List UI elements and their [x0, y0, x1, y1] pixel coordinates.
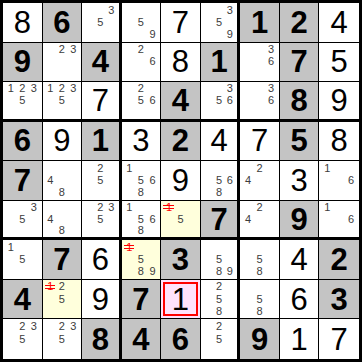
cell-r4c8[interactable]: 5	[280, 122, 320, 162]
candidate-2: 2	[135, 83, 147, 95]
cell-r2c2[interactable]: 23	[43, 43, 83, 83]
candidates-grid: 35	[3, 201, 42, 238]
candidate-2: 2	[56, 281, 68, 293]
cell-r4c1[interactable]: 6	[3, 122, 43, 162]
candidate-9: 9	[224, 266, 235, 278]
candidates-grid: 48	[43, 201, 82, 238]
solved-digit: 4	[331, 7, 348, 38]
cell-r5c1[interactable]: 7	[3, 161, 43, 201]
cell-r9c8[interactable]: 1	[280, 319, 320, 359]
candidate-2: 2	[56, 44, 68, 56]
candidates-grid: 25	[201, 319, 238, 359]
candidate-4: 4	[242, 213, 254, 225]
cell-r3c5[interactable]: 4	[161, 82, 201, 122]
candidates-grid: 23	[43, 43, 82, 82]
candidate-3: 3	[68, 83, 80, 95]
candidates-grid: 356	[201, 82, 238, 119]
eliminated-candidate-1: 1	[163, 202, 175, 214]
cell-r5c7[interactable]: 24	[240, 161, 280, 201]
candidate-8: 8	[214, 305, 225, 317]
candidate-6: 6	[345, 174, 357, 186]
candidate-8: 8	[214, 187, 225, 199]
solved-digit: 7	[251, 125, 268, 156]
cell-r6c8[interactable]: 9	[280, 201, 320, 241]
cell-r7c5[interactable]: 3	[161, 240, 201, 280]
candidate-3: 3	[224, 83, 235, 95]
given-digit: 1	[251, 7, 268, 38]
cell-r7c2[interactable]: 7	[43, 240, 83, 280]
candidate-6: 6	[265, 56, 277, 68]
candidates-grid: 58	[240, 240, 279, 279]
given-digit: 4	[132, 324, 149, 355]
candidate-8: 8	[135, 225, 147, 237]
cell-r7c8[interactable]: 4	[280, 240, 320, 280]
candidate-3: 3	[28, 83, 40, 95]
cell-r3c2[interactable]: 1235	[43, 82, 83, 122]
candidate-5: 5	[214, 333, 225, 346]
candidate-5: 5	[214, 95, 225, 107]
candidates-grid: 36	[240, 82, 279, 119]
given-digit: 7	[132, 284, 149, 315]
sudoku-board: 8635597359124923426813675123512357256435…	[0, 0, 362, 362]
cell-r1c2[interactable]: 6	[43, 3, 83, 43]
cell-r5c3[interactable]: 25	[82, 161, 122, 201]
given-digit: 9	[291, 204, 308, 235]
candidate-5: 5	[135, 254, 147, 266]
given-digit: 8	[291, 85, 308, 116]
cell-r8c1[interactable]: 4	[3, 280, 43, 320]
solved-digit: 7	[331, 324, 348, 355]
candidate-5: 5	[254, 254, 266, 266]
cell-r3c3[interactable]: 7	[82, 82, 122, 122]
cell-r7c1[interactable]: 15	[3, 240, 43, 280]
candidate-8: 8	[254, 305, 266, 317]
candidates-grid: 58	[240, 280, 279, 319]
given-digit: 6	[53, 7, 70, 38]
given-digit: 7	[53, 244, 70, 275]
candidates-grid: 15	[3, 240, 42, 279]
given-digit: 7	[291, 46, 308, 77]
candidates-grid: 125	[43, 280, 82, 319]
cell-r6c4[interactable]: 1568	[122, 201, 162, 241]
cell-r6c5[interactable]: 15	[161, 201, 201, 241]
cell-r1c6[interactable]: 359	[201, 3, 241, 43]
candidate-6: 6	[265, 95, 277, 107]
cell-r6c6[interactable]: 7	[201, 201, 241, 241]
solved-digit: 6	[92, 244, 109, 275]
candidate-8: 8	[135, 266, 147, 278]
candidate-8: 8	[135, 187, 147, 199]
candidates-grid: 1235	[3, 82, 42, 119]
candidate-5: 5	[95, 174, 106, 186]
candidate-5: 5	[135, 174, 147, 186]
cell-r2c6[interactable]: 1	[201, 43, 241, 83]
candidate-3: 3	[68, 44, 80, 56]
candidates-grid: 24	[240, 161, 279, 200]
cell-r1c8[interactable]: 2	[280, 3, 320, 43]
candidate-6: 6	[345, 213, 357, 225]
cell-r4c2[interactable]: 9	[43, 122, 83, 162]
solved-digit: 7	[172, 7, 189, 38]
candidate-5: 5	[56, 95, 68, 107]
candidate-3: 3	[265, 44, 277, 56]
cell-r3c8[interactable]: 8	[280, 82, 320, 122]
cell-r8c2[interactable]: 125	[43, 280, 83, 320]
candidate-1: 1	[321, 202, 333, 214]
cell-r8c3[interactable]: 9	[82, 280, 122, 320]
cell-r9c2[interactable]: 235	[43, 319, 83, 359]
candidate-2: 2	[95, 162, 106, 174]
candidate-4: 4	[45, 213, 57, 225]
candidate-2: 2	[17, 83, 29, 95]
eliminated-candidate-1: 1	[45, 281, 57, 293]
cell-r9c5[interactable]: 6	[161, 319, 201, 359]
cell-r5c8[interactable]: 3	[280, 161, 320, 201]
candidate-2: 2	[254, 162, 266, 174]
cell-r2c9[interactable]: 5	[319, 43, 359, 83]
cell-r1c9[interactable]: 4	[319, 3, 359, 43]
cell-r8c4[interactable]: 7	[122, 280, 162, 320]
cell-r4c5[interactable]: 2	[161, 122, 201, 162]
solved-digit: 9	[53, 125, 70, 156]
candidate-5: 5	[17, 213, 29, 225]
candidate-3: 3	[106, 4, 117, 16]
candidate-2: 2	[56, 320, 68, 333]
cell-r2c3[interactable]: 4	[82, 43, 122, 83]
candidate-5: 5	[214, 293, 225, 305]
cell-r7c3[interactable]: 6	[82, 240, 122, 280]
candidate-6: 6	[147, 56, 159, 68]
solved-digit: 1	[172, 284, 189, 315]
candidate-4: 4	[45, 174, 57, 186]
candidate-2: 2	[95, 202, 106, 214]
cell-r7c7[interactable]: 58	[240, 240, 280, 280]
candidates-grid: 235	[43, 319, 82, 359]
cell-r5c6[interactable]: 568	[201, 161, 241, 201]
cell-r3c4[interactable]: 256	[122, 82, 162, 122]
candidates-grid: 1589	[122, 240, 161, 279]
given-digit: 5	[291, 125, 308, 156]
candidate-1: 1	[321, 162, 333, 174]
candidate-1: 1	[5, 241, 17, 253]
cell-r5c5[interactable]: 9	[161, 161, 201, 201]
candidates-grid: 16	[319, 161, 359, 200]
solved-digit: 3	[291, 165, 308, 196]
solved-digit: 9	[92, 284, 109, 315]
solved-digit: 9	[172, 165, 189, 196]
cell-r9c4[interactable]: 4	[122, 319, 162, 359]
given-digit: 2	[291, 7, 308, 38]
candidates-grid: 359	[201, 3, 238, 42]
given-digit: 2	[172, 125, 189, 156]
cell-r8c8[interactable]: 6	[280, 280, 320, 320]
candidate-3: 3	[68, 320, 80, 333]
given-digit: 9	[251, 324, 268, 355]
given-digit: 4	[92, 46, 109, 77]
candidate-2: 2	[214, 281, 225, 293]
candidate-5: 5	[135, 16, 147, 28]
given-digit: 8	[92, 324, 109, 355]
given-digit: 6	[172, 324, 189, 355]
given-digit: 3	[172, 244, 189, 275]
cell-r5c2[interactable]: 48	[43, 161, 83, 201]
given-digit: 9	[14, 46, 31, 77]
candidate-5: 5	[135, 95, 147, 107]
cell-r5c4[interactable]: 1568	[122, 161, 162, 201]
candidate-1: 1	[124, 162, 136, 174]
cell-r6c1[interactable]: 35	[3, 201, 43, 241]
cell-r2c4[interactable]: 26	[122, 43, 162, 83]
solved-digit: 8	[14, 7, 31, 38]
candidate-8: 8	[56, 187, 68, 199]
cell-r1c7[interactable]: 1	[240, 3, 280, 43]
solved-digit: 4	[210, 125, 227, 156]
cell-r1c5[interactable]: 7	[161, 3, 201, 43]
given-digit: 6	[14, 125, 31, 156]
candidates-grid: 26	[122, 43, 161, 82]
candidate-2: 2	[135, 44, 147, 56]
candidate-9: 9	[224, 28, 235, 40]
candidate-5: 5	[175, 213, 187, 225]
candidate-2: 2	[17, 320, 29, 333]
cell-r9c6[interactable]: 25	[201, 319, 241, 359]
candidate-3: 3	[28, 202, 40, 214]
cell-r8c7[interactable]: 58	[240, 280, 280, 320]
cell-r7c9[interactable]: 2	[319, 240, 359, 280]
candidate-6: 6	[224, 174, 235, 186]
candidates-grid: 48	[43, 161, 82, 200]
cell-r6c7[interactable]: 24	[240, 201, 280, 241]
given-digit: 7	[14, 165, 31, 196]
candidate-1: 1	[45, 83, 57, 95]
given-digit: 4	[172, 85, 189, 116]
candidate-5: 5	[214, 174, 225, 186]
solved-digit: 6	[291, 284, 308, 315]
candidate-6: 6	[224, 95, 235, 107]
cell-r7c6[interactable]: 589	[201, 240, 241, 280]
candidates-grid: 59	[122, 3, 161, 42]
candidates-grid: 256	[122, 82, 161, 119]
candidates-grid: 1235	[43, 82, 82, 119]
candidate-6: 6	[147, 95, 159, 107]
cell-r9c3[interactable]: 8	[82, 319, 122, 359]
candidate-2: 2	[56, 83, 68, 95]
candidate-3: 3	[28, 320, 40, 333]
cell-r6c9[interactable]: 16	[319, 201, 359, 241]
cell-r7c4[interactable]: 1589	[122, 240, 162, 280]
candidate-8: 8	[56, 225, 68, 237]
cell-r2c5[interactable]: 8	[161, 43, 201, 83]
cell-r2c7[interactable]: 36	[240, 43, 280, 83]
solved-digit: 9	[331, 85, 348, 116]
cell-r4c3[interactable]: 1	[82, 122, 122, 162]
candidates-grid: 1568	[122, 161, 161, 200]
candidate-3: 3	[265, 83, 277, 95]
candidate-5: 5	[17, 95, 29, 107]
cell-r2c1[interactable]: 9	[3, 43, 43, 83]
candidate-5: 5	[56, 333, 68, 346]
candidate-3: 3	[106, 202, 117, 214]
cell-r8c6[interactable]: 258	[201, 280, 241, 320]
candidate-5: 5	[214, 16, 225, 28]
cell-r1c1[interactable]: 8	[3, 3, 43, 43]
solved-digit: 3	[132, 125, 149, 156]
given-digit: 3	[331, 284, 348, 315]
candidate-5: 5	[95, 16, 106, 28]
candidate-8: 8	[214, 266, 225, 278]
candidate-5: 5	[17, 333, 29, 346]
candidates-grid: 1568	[122, 201, 161, 238]
cell-r3c1[interactable]: 1235	[3, 82, 43, 122]
cell-r1c3[interactable]: 35	[82, 3, 122, 43]
candidates-grid: 15	[161, 201, 200, 238]
solved-digit: 5	[331, 46, 348, 77]
cell-r9c7[interactable]: 9	[240, 319, 280, 359]
candidate-2: 2	[214, 320, 225, 333]
candidate-5: 5	[17, 254, 29, 266]
given-digit: 1	[210, 46, 227, 77]
cell-r8c5[interactable]: 1	[161, 280, 201, 320]
cell-r4c7[interactable]: 7	[240, 122, 280, 162]
given-digit: 4	[14, 284, 31, 315]
cell-r9c9[interactable]: 7	[319, 319, 359, 359]
candidate-2: 2	[254, 202, 266, 214]
cell-r8c9[interactable]: 3	[319, 280, 359, 320]
candidates-grid: 589	[201, 240, 238, 279]
eliminated-candidate-1: 1	[124, 241, 136, 253]
cell-r2c8[interactable]: 7	[280, 43, 320, 83]
cell-r1c4[interactable]: 59	[122, 3, 162, 43]
solved-digit: 4	[291, 244, 308, 275]
candidates-grid: 36	[240, 43, 279, 82]
candidate-6: 6	[147, 213, 159, 225]
candidate-3: 3	[224, 4, 235, 16]
candidates-grid: 16	[319, 201, 359, 238]
candidate-5: 5	[95, 213, 106, 225]
candidate-9: 9	[147, 266, 159, 278]
candidates-grid: 235	[82, 201, 119, 238]
candidate-1: 1	[5, 83, 17, 95]
candidate-5: 5	[56, 293, 68, 305]
cell-r6c3[interactable]: 235	[82, 201, 122, 241]
given-digit: 2	[331, 244, 348, 275]
given-digit: 7	[210, 204, 227, 235]
candidates-grid: 25	[82, 161, 119, 200]
candidate-5: 5	[214, 254, 225, 266]
cell-r5c9[interactable]: 16	[319, 161, 359, 201]
candidate-5: 5	[254, 293, 266, 305]
candidates-grid: 24	[240, 201, 279, 238]
candidates-grid: 568	[201, 161, 238, 200]
solved-digit: 7	[92, 85, 109, 116]
cell-r4c6[interactable]: 4	[201, 122, 241, 162]
cell-r4c4[interactable]: 3	[122, 122, 162, 162]
cell-r3c7[interactable]: 36	[240, 82, 280, 122]
cell-r3c9[interactable]: 9	[319, 82, 359, 122]
solved-digit: 1	[291, 324, 308, 355]
given-digit: 1	[92, 125, 109, 156]
candidate-6: 6	[147, 174, 159, 186]
candidates-grid: 258	[201, 280, 238, 319]
solved-digit: 8	[331, 125, 348, 156]
candidate-1: 1	[124, 202, 136, 214]
candidate-8: 8	[254, 266, 266, 278]
candidate-4: 4	[242, 174, 254, 186]
cell-r4c9[interactable]: 8	[319, 122, 359, 162]
candidates-grid: 35	[82, 3, 119, 42]
cell-r9c1[interactable]: 235	[3, 319, 43, 359]
cell-r3c6[interactable]: 356	[201, 82, 241, 122]
solved-digit: 8	[172, 46, 189, 77]
candidates-grid: 235	[3, 319, 42, 359]
cell-r6c2[interactable]: 48	[43, 201, 83, 241]
candidate-9: 9	[147, 28, 159, 40]
